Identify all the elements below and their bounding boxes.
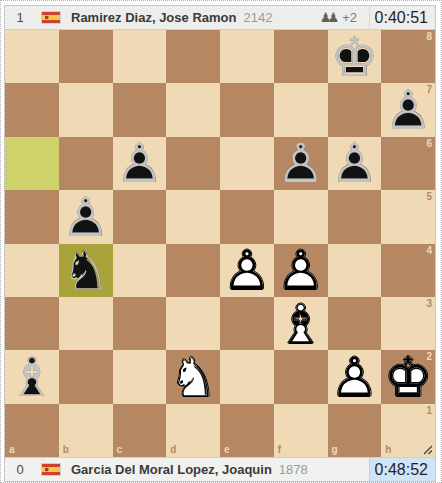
square-f7[interactable]	[274, 83, 328, 136]
square-c5[interactable]	[113, 190, 167, 243]
square-a1[interactable]: a	[5, 404, 59, 457]
square-a6[interactable]	[5, 137, 59, 190]
square-e8[interactable]	[220, 30, 274, 83]
piece-black-bishop[interactable]: ♝♗	[5, 350, 59, 403]
square-h7[interactable]: 7♟♙	[381, 83, 435, 136]
square-e7[interactable]	[220, 83, 274, 136]
piece-white-knight[interactable]: ♞♘	[166, 350, 220, 403]
square-f6[interactable]: ♟♙	[274, 137, 328, 190]
square-g4[interactable]	[328, 244, 382, 297]
square-b7[interactable]	[59, 83, 113, 136]
square-h6[interactable]: 6	[381, 137, 435, 190]
square-g3[interactable]	[328, 297, 382, 350]
spain-flag-icon	[41, 11, 61, 24]
player-name-top[interactable]: Ramirez Diaz, Jose Ramon	[71, 10, 236, 25]
square-c1[interactable]: c	[113, 404, 167, 457]
player-name-bottom[interactable]: Garcia Del Moral Lopez, Joaquin	[71, 462, 272, 477]
pawn-icons: ♟♟	[320, 10, 335, 25]
square-b3[interactable]	[59, 297, 113, 350]
rank-label-1: 1	[426, 406, 432, 416]
square-g7[interactable]	[328, 83, 382, 136]
clock-bottom: 0:48:52	[369, 458, 435, 481]
square-b4[interactable]: ♞♘	[59, 244, 113, 297]
square-c8[interactable]	[113, 30, 167, 83]
player-rating-top: 2142	[243, 10, 272, 25]
square-c2[interactable]	[113, 350, 167, 403]
square-d7[interactable]	[166, 83, 220, 136]
square-c7[interactable]	[113, 83, 167, 136]
file-label-h: h	[385, 445, 391, 455]
rank-label-4: 4	[426, 246, 432, 256]
piece-black-pawn[interactable]: ♟♙	[328, 137, 382, 190]
square-g5[interactable]	[328, 190, 382, 243]
square-f2[interactable]	[274, 350, 328, 403]
square-a8[interactable]	[5, 30, 59, 83]
board: ♚♔87♟♙♟♙♟♙♟♙6♟♙5♞♘♟♙♟♙4♝♗3♝♗♞♘♟♙2♚♔abcde…	[5, 30, 435, 457]
square-h1[interactable]: 1h	[381, 404, 435, 457]
square-a3[interactable]	[5, 297, 59, 350]
square-c6[interactable]: ♟♙	[113, 137, 167, 190]
rank-label-8: 8	[426, 32, 432, 42]
square-h5[interactable]: 5	[381, 190, 435, 243]
piece-white-king[interactable]: ♚♔	[381, 350, 435, 403]
square-h3[interactable]: 3	[381, 297, 435, 350]
rank-label-6: 6	[426, 139, 432, 149]
square-a4[interactable]	[5, 244, 59, 297]
square-d6[interactable]	[166, 137, 220, 190]
piece-white-pawn[interactable]: ♟♙	[274, 244, 328, 297]
square-d3[interactable]	[166, 297, 220, 350]
square-a5[interactable]	[5, 190, 59, 243]
square-f1[interactable]: f	[274, 404, 328, 457]
piece-white-pawn[interactable]: ♟♙	[328, 350, 382, 403]
material-advantage: ♟♟ +2	[320, 10, 357, 25]
square-f4[interactable]: ♟♙	[274, 244, 328, 297]
file-label-a: a	[9, 445, 15, 455]
file-label-d: d	[170, 445, 176, 455]
square-d1[interactable]: d	[166, 404, 220, 457]
player-rating-bottom: 1878	[279, 462, 308, 477]
square-c4[interactable]	[113, 244, 167, 297]
square-e2[interactable]	[220, 350, 274, 403]
rank-label-5: 5	[426, 192, 432, 202]
score-bottom: 0	[5, 462, 35, 477]
square-a2[interactable]: ♝♗	[5, 350, 59, 403]
piece-black-pawn[interactable]: ♟♙	[113, 137, 167, 190]
player-bar-bottom: 0 Garcia Del Moral Lopez, Joaquin 1878 0…	[5, 457, 435, 481]
file-label-e: e	[224, 445, 230, 455]
square-a7[interactable]	[5, 83, 59, 136]
file-label-g: g	[332, 445, 338, 455]
file-label-f: f	[278, 445, 281, 455]
square-d5[interactable]	[166, 190, 220, 243]
piece-white-bishop[interactable]: ♝♗	[274, 297, 328, 350]
square-b6[interactable]	[59, 137, 113, 190]
piece-black-pawn[interactable]: ♟♙	[274, 137, 328, 190]
square-f8[interactable]	[274, 30, 328, 83]
piece-black-pawn[interactable]: ♟♙	[381, 83, 435, 136]
square-d4[interactable]	[166, 244, 220, 297]
square-d8[interactable]	[166, 30, 220, 83]
piece-black-pawn[interactable]: ♟♙	[59, 190, 113, 243]
square-b5[interactable]: ♟♙	[59, 190, 113, 243]
square-h4[interactable]: 4	[381, 244, 435, 297]
piece-white-pawn[interactable]: ♟♙	[220, 244, 274, 297]
square-f5[interactable]	[274, 190, 328, 243]
square-f3[interactable]: ♝♗	[274, 297, 328, 350]
material-advantage-value: +2	[342, 10, 357, 25]
file-label-c: c	[117, 445, 123, 455]
clock-top: 0:40:51	[369, 6, 435, 29]
square-b1[interactable]: b	[59, 404, 113, 457]
square-g2[interactable]: ♟♙	[328, 350, 382, 403]
square-e3[interactable]	[220, 297, 274, 350]
piece-black-knight[interactable]: ♞♘	[59, 244, 113, 297]
game-widget: 1 Ramirez Diaz, Jose Ramon 2142 ♟♟ +2 0:…	[4, 5, 436, 482]
square-b8[interactable]	[59, 30, 113, 83]
square-e6[interactable]	[220, 137, 274, 190]
square-c3[interactable]	[113, 297, 167, 350]
resize-handle-icon[interactable]	[422, 444, 433, 455]
rank-label-3: 3	[426, 299, 432, 309]
score-top: 1	[5, 10, 35, 25]
piece-black-king[interactable]: ♚♔	[328, 30, 382, 83]
square-h8[interactable]: 8	[381, 30, 435, 83]
file-label-b: b	[63, 445, 69, 455]
square-g1[interactable]: g	[328, 404, 382, 457]
square-e1[interactable]: e	[220, 404, 274, 457]
square-d2[interactable]: ♞♘	[166, 350, 220, 403]
square-g8[interactable]: ♚♔	[328, 30, 382, 83]
square-e4[interactable]: ♟♙	[220, 244, 274, 297]
spain-flag-icon	[41, 463, 61, 476]
square-g6[interactable]: ♟♙	[328, 137, 382, 190]
square-h2[interactable]: 2♚♔	[381, 350, 435, 403]
square-e5[interactable]	[220, 190, 274, 243]
page: 1 Ramirez Diaz, Jose Ramon 2142 ♟♟ +2 0:…	[0, 0, 442, 483]
square-b2[interactable]	[59, 350, 113, 403]
